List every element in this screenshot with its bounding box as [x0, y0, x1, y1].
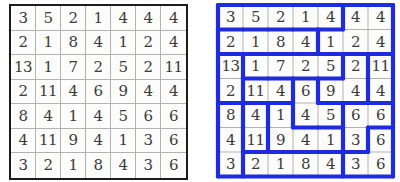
- given-cell-r5c5: 5: [111, 104, 136, 129]
- puzzle-figure: 3521444218412413172521121146944841456641…: [0, 0, 400, 182]
- solution-cell-r7c6: 3: [343, 152, 368, 177]
- solution-cell-r2c3: 8: [268, 30, 293, 55]
- given-cell-r7c3: 1: [61, 153, 86, 178]
- solution-cell-r3c1: 13: [218, 54, 243, 79]
- solution-cell-r1c4: 1: [293, 5, 318, 30]
- solution-cell-r3c7: 11: [368, 54, 393, 79]
- given-cell-r3c2: 1: [36, 55, 61, 80]
- solution-cell-r4c1: 2: [218, 79, 243, 104]
- puzzle-board-givens: 3521444218412413172521121146944841456641…: [9, 4, 188, 180]
- given-cell-r7c7: 6: [161, 153, 186, 178]
- given-cell-r5c2: 4: [36, 104, 61, 129]
- solution-cell-r5c7: 6: [368, 103, 393, 128]
- given-cell-r2c5: 1: [111, 31, 136, 56]
- given-cell-r4c6: 4: [136, 80, 161, 105]
- given-cell-r5c7: 6: [161, 104, 186, 129]
- solution-cell-r3c4: 2: [293, 54, 318, 79]
- solution-cell-r6c6: 3: [343, 128, 368, 153]
- given-cell-r4c4: 6: [86, 80, 111, 105]
- given-cell-r4c2: 11: [36, 80, 61, 105]
- given-cell-r5c1: 8: [11, 104, 36, 129]
- solution-cell-r2c6: 2: [343, 30, 368, 55]
- given-cell-r2c3: 8: [61, 31, 86, 56]
- given-cell-r2c7: 4: [161, 31, 186, 56]
- given-cell-r7c1: 3: [11, 153, 36, 178]
- solution-cell-r6c4: 4: [293, 128, 318, 153]
- solution-cell-r5c2: 4: [243, 103, 268, 128]
- given-cell-r5c4: 4: [86, 104, 111, 129]
- solution-cell-r2c7: 4: [368, 30, 393, 55]
- solution-cell-r5c6: 6: [343, 103, 368, 128]
- given-cell-r1c5: 4: [111, 6, 136, 31]
- given-cell-r7c2: 2: [36, 153, 61, 178]
- given-cell-r2c4: 4: [86, 31, 111, 56]
- given-cell-r5c6: 6: [136, 104, 161, 129]
- solution-cell-r1c6: 4: [343, 5, 368, 30]
- solution-cell-r3c3: 7: [268, 54, 293, 79]
- given-cell-r7c6: 3: [136, 153, 161, 178]
- solution-cell-r1c3: 2: [268, 5, 293, 30]
- given-cell-r7c4: 8: [86, 153, 111, 178]
- given-cell-r4c1: 2: [11, 80, 36, 105]
- solution-cell-r3c2: 1: [243, 54, 268, 79]
- given-cell-r4c3: 4: [61, 80, 86, 105]
- puzzle-board-solution: 3521444218412413172521121146944841456641…: [215, 2, 396, 180]
- given-cell-r6c6: 3: [136, 129, 161, 154]
- solution-cell-r6c7: 6: [368, 128, 393, 153]
- given-cell-r4c7: 4: [161, 80, 186, 105]
- solution-cell-r5c5: 5: [318, 103, 343, 128]
- solution-cell-r4c2: 11: [243, 79, 268, 104]
- solution-cell-r4c6: 4: [343, 79, 368, 104]
- given-cell-r2c6: 2: [136, 31, 161, 56]
- solution-cell-r7c4: 8: [293, 152, 318, 177]
- given-cell-r2c1: 2: [11, 31, 36, 56]
- given-cell-r4c5: 9: [111, 80, 136, 105]
- solution-cell-r6c5: 1: [318, 128, 343, 153]
- solution-cell-r7c5: 4: [318, 152, 343, 177]
- solution-cell-r1c7: 4: [368, 5, 393, 30]
- solution-cell-r5c4: 4: [293, 103, 318, 128]
- solution-cell-r7c3: 1: [268, 152, 293, 177]
- given-cell-r3c1: 13: [11, 55, 36, 80]
- given-cell-r6c5: 1: [111, 129, 136, 154]
- solution-cell-r5c3: 1: [268, 103, 293, 128]
- solution-cell-r7c7: 6: [368, 152, 393, 177]
- solution-cell-r2c1: 2: [218, 30, 243, 55]
- solution-cell-r2c5: 1: [318, 30, 343, 55]
- given-cell-r7c5: 4: [111, 153, 136, 178]
- given-cell-r6c7: 6: [161, 129, 186, 154]
- given-cell-r6c1: 4: [11, 129, 36, 154]
- solution-cell-r5c1: 8: [218, 103, 243, 128]
- given-cell-r1c3: 2: [61, 6, 86, 31]
- given-cell-r1c4: 1: [86, 6, 111, 31]
- solution-cell-r2c2: 1: [243, 30, 268, 55]
- solution-cell-r6c3: 9: [268, 128, 293, 153]
- given-cell-r3c3: 7: [61, 55, 86, 80]
- solution-cell-r4c7: 4: [368, 79, 393, 104]
- given-cell-r1c6: 4: [136, 6, 161, 31]
- given-cell-r6c4: 4: [86, 129, 111, 154]
- given-cell-r3c4: 2: [86, 55, 111, 80]
- solution-cell-r1c1: 3: [218, 5, 243, 30]
- solution-cell-r7c1: 3: [218, 152, 243, 177]
- solution-cell-r3c5: 5: [318, 54, 343, 79]
- given-cell-r1c1: 3: [11, 6, 36, 31]
- solution-cell-r4c5: 9: [318, 79, 343, 104]
- given-cell-r3c6: 2: [136, 55, 161, 80]
- given-cell-r3c7: 11: [161, 55, 186, 80]
- solution-cell-r6c1: 4: [218, 128, 243, 153]
- given-cell-r1c7: 4: [161, 6, 186, 31]
- solution-cell-r4c4: 6: [293, 79, 318, 104]
- solution-cell-r3c6: 2: [343, 54, 368, 79]
- solution-cell-r2c4: 4: [293, 30, 318, 55]
- solution-cell-r6c2: 11: [243, 128, 268, 153]
- given-cell-r6c3: 9: [61, 129, 86, 154]
- given-cell-r5c3: 1: [61, 104, 86, 129]
- given-cell-r1c2: 5: [36, 6, 61, 31]
- given-cell-r3c5: 5: [111, 55, 136, 80]
- given-cell-r2c2: 1: [36, 31, 61, 56]
- solution-cell-r1c2: 5: [243, 5, 268, 30]
- given-cell-r6c2: 11: [36, 129, 61, 154]
- solution-cell-r4c3: 4: [268, 79, 293, 104]
- solution-cell-r7c2: 2: [243, 152, 268, 177]
- solution-cell-r1c5: 4: [318, 5, 343, 30]
